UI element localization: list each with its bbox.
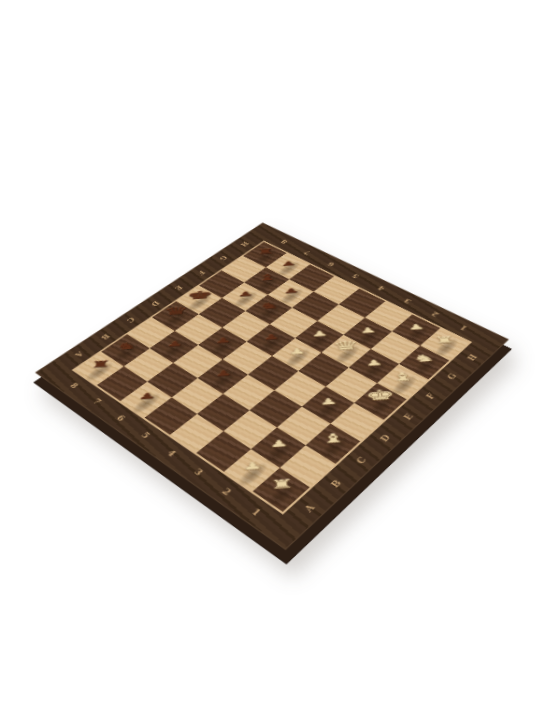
rank-label-near-8: 8 bbox=[68, 381, 80, 389]
file-label-near-f: F bbox=[424, 392, 437, 400]
rank-label-near-1: 1 bbox=[249, 507, 262, 518]
rank-label-far-3: 3 bbox=[402, 297, 412, 304]
rank-label-near-4: 4 bbox=[165, 448, 178, 458]
rank-label-far-8: 8 bbox=[279, 238, 289, 244]
file-label-far-a: A bbox=[73, 351, 85, 359]
rank-label-near-6: 6 bbox=[114, 414, 126, 423]
file-label-far-h: H bbox=[239, 241, 250, 248]
file-label-near-e: E bbox=[402, 412, 415, 421]
file-label-near-h: H bbox=[466, 353, 480, 362]
file-label-far-g: G bbox=[217, 255, 228, 261]
chess-board: AABBCCDDEEFFGGHH1122334455667788 ♜♟♝♚♟♟♛… bbox=[35, 223, 509, 551]
file-label-near-g: G bbox=[445, 372, 458, 381]
rank-label-far-4: 4 bbox=[376, 285, 386, 292]
product-photo: AABBCCDDEEFFGGHH1122334455667788 ♜♟♝♚♟♟♛… bbox=[0, 0, 540, 720]
rank-label-near-5: 5 bbox=[139, 431, 152, 440]
rank-label-far-5: 5 bbox=[350, 272, 360, 279]
rank-label-far-6: 6 bbox=[326, 261, 336, 267]
file-label-far-d: D bbox=[149, 300, 161, 307]
file-label-far-e: E bbox=[173, 285, 184, 292]
file-label-far-c: C bbox=[125, 316, 136, 323]
file-label-far-f: F bbox=[196, 270, 206, 276]
file-label-near-b: B bbox=[329, 479, 344, 490]
board-frame: AABBCCDDEEFFGGHH1122334455667788 ♜♟♝♚♟♟♛… bbox=[35, 223, 509, 551]
rank-label-far-1: 1 bbox=[458, 324, 469, 331]
rank-label-near-2: 2 bbox=[220, 486, 233, 496]
file-label-near-a: A bbox=[303, 503, 317, 514]
rank-label-near-7: 7 bbox=[91, 397, 103, 406]
file-label-far-b: B bbox=[99, 333, 111, 341]
file-label-near-c: C bbox=[354, 456, 368, 466]
rank-label-near-3: 3 bbox=[192, 467, 205, 477]
rank-label-far-2: 2 bbox=[429, 310, 440, 317]
rank-label-far-7: 7 bbox=[302, 249, 312, 255]
file-label-near-d: D bbox=[378, 433, 392, 443]
